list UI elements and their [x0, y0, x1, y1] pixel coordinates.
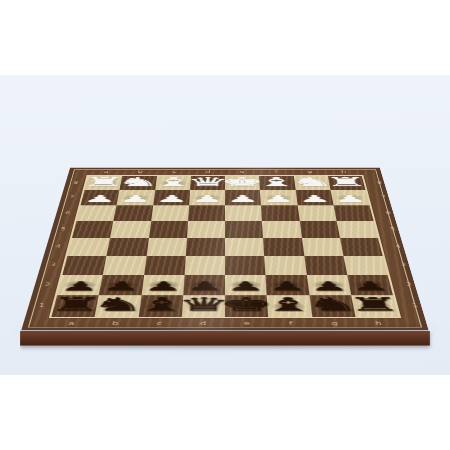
square-f1[interactable]: ♝ — [267, 295, 312, 317]
piece-contact-shadow — [310, 281, 346, 291]
square-c6[interactable] — [151, 205, 189, 221]
square-g4[interactable] — [302, 238, 344, 256]
rank-label-4-left: 4 — [55, 245, 61, 249]
white-pawn[interactable]: ♟ — [333, 194, 368, 203]
square-g3[interactable] — [304, 256, 347, 275]
square-g1[interactable]: ♞ — [309, 295, 355, 317]
black-pawn[interactable]: ♟ — [60, 280, 101, 293]
square-e4[interactable] — [225, 238, 264, 256]
square-a4[interactable] — [67, 238, 110, 256]
rank-label-6-left: 6 — [65, 211, 71, 214]
piece-contact-shadow — [62, 281, 99, 291]
square-g5[interactable] — [299, 221, 339, 238]
square-b1[interactable]: ♞ — [95, 295, 141, 317]
file-label-a-far: a — [103, 170, 109, 173]
rank-label-7-left: 7 — [69, 196, 75, 199]
square-a6[interactable] — [76, 205, 116, 221]
file-label-g-near: g — [331, 321, 338, 326]
rank-label-3-left: 3 — [50, 263, 56, 267]
square-d6[interactable] — [188, 205, 225, 221]
black-bishop[interactable]: ♝ — [133, 295, 189, 314]
square-a3[interactable] — [62, 256, 106, 275]
black-pawn[interactable]: ♟ — [143, 280, 182, 293]
file-label-f-far: f — [274, 170, 277, 173]
black-queen[interactable]: ♛ — [176, 295, 231, 314]
rank-label-2-right: 2 — [406, 283, 413, 287]
square-d4[interactable] — [186, 238, 225, 256]
square-c7[interactable]: ♟ — [153, 190, 190, 205]
square-e7[interactable]: ♟ — [225, 190, 261, 205]
square-h3[interactable] — [343, 256, 387, 275]
rank-label-7-right: 7 — [381, 196, 387, 199]
black-king[interactable]: ♚ — [219, 295, 274, 314]
file-label-h-far: h — [341, 170, 347, 173]
square-b2[interactable]: ♟ — [99, 275, 144, 295]
square-g6[interactable] — [297, 205, 336, 221]
black-knight[interactable]: ♞ — [90, 295, 147, 314]
square-f6[interactable] — [261, 205, 299, 221]
square-h2[interactable]: ♟ — [347, 275, 393, 295]
square-b5[interactable] — [110, 221, 150, 238]
square-f5[interactable] — [262, 221, 301, 238]
rank-label-5-left: 5 — [60, 228, 66, 232]
square-d2[interactable]: ♟ — [183, 275, 225, 295]
square-b4[interactable] — [107, 238, 149, 256]
square-h5[interactable] — [336, 221, 378, 238]
rank-label-8-left: 8 — [73, 181, 78, 184]
white-pawn[interactable]: ♟ — [155, 194, 189, 203]
square-f3[interactable] — [264, 256, 306, 275]
square-g2[interactable]: ♟ — [306, 275, 351, 295]
rank-label-8-right: 8 — [377, 181, 382, 184]
square-c2[interactable]: ♟ — [141, 275, 184, 295]
file-label-a-near: a — [68, 321, 76, 326]
chess-board: ♜♞♝♛♚♝♞♜♟♟♟♟♟♟♟♟♟♟♟♟♟♟♟♟♜♞♝♛♚♝♞♜ aabbccd… — [21, 168, 429, 331]
black-pawn[interactable]: ♟ — [227, 280, 265, 293]
square-e5[interactable] — [225, 221, 263, 238]
file-label-d-far: d — [205, 170, 210, 173]
piece-contact-shadow — [356, 301, 394, 311]
square-d5[interactable] — [187, 221, 225, 238]
white-pawn[interactable]: ♟ — [191, 194, 224, 203]
rank-label-2-left: 2 — [44, 283, 51, 287]
square-f4[interactable] — [263, 238, 304, 256]
piece-contact-shadow — [351, 281, 388, 291]
file-label-c-near: c — [156, 321, 162, 326]
file-label-e-far: e — [239, 170, 244, 173]
piece-contact-shadow — [269, 281, 305, 291]
file-label-b-far: b — [137, 170, 143, 173]
black-pawn[interactable]: ♟ — [309, 280, 349, 293]
square-h8[interactable]: ♜ — [328, 176, 366, 190]
piece-contact-shadow — [228, 301, 264, 311]
square-c1[interactable]: ♝ — [138, 295, 183, 317]
piece-contact-shadow — [271, 301, 308, 311]
square-d7[interactable]: ♟ — [189, 190, 225, 205]
file-label-f-near: f — [289, 321, 293, 326]
piece-contact-shadow — [99, 301, 136, 311]
piece-contact-shadow — [103, 281, 139, 291]
square-d3[interactable] — [184, 256, 225, 275]
white-rook[interactable]: ♜ — [323, 176, 370, 188]
square-b7[interactable]: ♟ — [117, 190, 155, 205]
square-c4[interactable] — [146, 238, 187, 256]
file-label-c-far: c — [172, 170, 177, 173]
piece-contact-shadow — [228, 281, 263, 291]
piece-contact-shadow — [313, 301, 350, 311]
square-h7[interactable]: ♟ — [330, 190, 369, 205]
square-b3[interactable] — [103, 256, 146, 275]
white-pawn[interactable]: ♟ — [119, 194, 153, 203]
black-rook[interactable]: ♜ — [345, 295, 403, 314]
square-e3[interactable] — [225, 256, 266, 275]
file-label-e-near: e — [244, 321, 251, 326]
rank-label-1-left: 1 — [38, 304, 45, 309]
square-c5[interactable] — [149, 221, 188, 238]
square-e6[interactable] — [225, 205, 262, 221]
black-pawn[interactable]: ♟ — [350, 280, 391, 293]
file-label-g-far: g — [307, 170, 313, 173]
board-grid: ♜♞♝♛♚♝♞♜♟♟♟♟♟♟♟♟♟♟♟♟♟♟♟♟♜♞♝♛♚♝♞♜ — [51, 176, 398, 317]
square-f7[interactable]: ♟ — [260, 190, 297, 205]
square-d1[interactable]: ♛ — [182, 295, 225, 317]
black-pawn[interactable]: ♟ — [268, 280, 307, 293]
rank-label-6-right: 6 — [385, 211, 391, 214]
piece-contact-shadow — [56, 301, 94, 311]
white-pawn[interactable]: ♟ — [297, 194, 331, 203]
square-c3[interactable] — [144, 256, 186, 275]
square-a2[interactable]: ♟ — [57, 275, 103, 295]
black-pawn[interactable]: ♟ — [101, 280, 141, 293]
square-h4[interactable] — [340, 238, 383, 256]
file-label-h-near: h — [375, 321, 383, 326]
piece-contact-shadow — [145, 281, 181, 291]
square-a1[interactable]: ♜ — [51, 295, 99, 317]
board-edge — [20, 331, 430, 346]
square-b6[interactable] — [114, 205, 153, 221]
square-h1[interactable]: ♜ — [351, 295, 399, 317]
black-rook[interactable]: ♜ — [46, 295, 104, 314]
rank-label-1-right: 1 — [412, 304, 419, 309]
white-pawn[interactable]: ♟ — [262, 194, 296, 203]
black-knight[interactable]: ♞ — [303, 295, 360, 314]
piece-contact-shadow — [142, 301, 179, 311]
screenshot: ♜♞♝♛♚♝♞♜♟♟♟♟♟♟♟♟♟♟♟♟♟♟♟♟♜♞♝♛♚♝♞♜ aabbccd… — [0, 0, 450, 450]
square-a5[interactable] — [72, 221, 114, 238]
square-f2[interactable]: ♟ — [266, 275, 309, 295]
white-pawn[interactable]: ♟ — [227, 194, 260, 203]
product-photo: ♜♞♝♛♚♝♞♜♟♟♟♟♟♟♟♟♟♟♟♟♟♟♟♟♜♞♝♛♚♝♞♜ aabbccd… — [0, 75, 450, 375]
white-pawn[interactable]: ♟ — [83, 194, 118, 203]
rank-label-3-right: 3 — [400, 263, 406, 267]
square-g7[interactable]: ♟ — [295, 190, 333, 205]
square-e1[interactable]: ♚ — [225, 295, 268, 317]
rank-label-5-right: 5 — [390, 228, 396, 232]
piece-contact-shadow — [185, 301, 221, 311]
board-frame: ♜♞♝♛♚♝♞♜♟♟♟♟♟♟♟♟♟♟♟♟♟♟♟♟♜♞♝♛♚♝♞♜ aabbccd… — [21, 168, 429, 331]
black-bishop[interactable]: ♝ — [261, 295, 317, 314]
square-h6[interactable] — [333, 205, 373, 221]
file-label-d-near: d — [200, 321, 207, 326]
square-e2[interactable]: ♟ — [225, 275, 267, 295]
piece-contact-shadow — [187, 281, 222, 291]
black-pawn[interactable]: ♟ — [185, 280, 223, 293]
square-a7[interactable]: ♟ — [81, 190, 120, 205]
file-label-b-near: b — [112, 321, 119, 326]
rank-label-4-right: 4 — [395, 245, 401, 249]
